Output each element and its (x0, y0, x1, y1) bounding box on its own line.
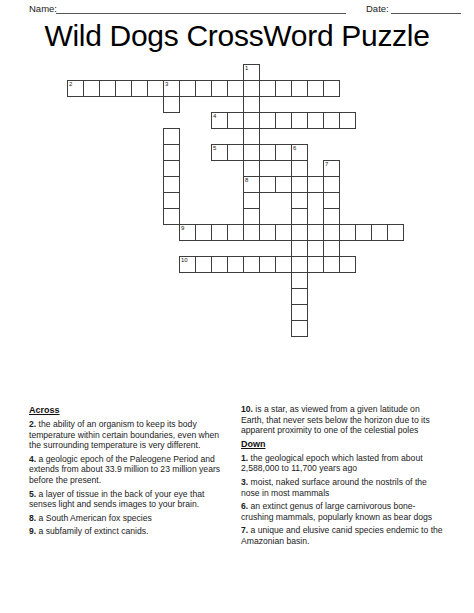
grid-cell-r12c17[interactable] (339, 256, 356, 273)
grid-cell-r5c10[interactable] (227, 144, 244, 161)
clue-6: 6. an extinct genus of large carnivorous… (241, 501, 444, 522)
cell-number-10: 10 (181, 257, 188, 263)
grid-cell-r3c12[interactable] (259, 112, 276, 129)
grid-cell-r9c16[interactable] (323, 208, 340, 225)
clue-column-right: 10. is a star, as viewed from a given la… (241, 404, 444, 550)
grid-cell-r5c13[interactable] (275, 144, 292, 161)
name-input-line[interactable] (56, 13, 346, 14)
grid-cell-r1c6[interactable]: 3 (163, 80, 180, 97)
grid-cell-r12c11[interactable] (243, 256, 260, 273)
grid-cell-r10c12[interactable] (259, 224, 276, 241)
grid-cell-r1c15[interactable] (307, 80, 324, 97)
clue-9-number: 9. (29, 526, 39, 536)
clue-6-number: 6. (241, 501, 251, 511)
across-heading: Across (29, 405, 232, 415)
clue-8: 8. a South American fox species (29, 513, 232, 524)
page-title: Wild Dogs CrossWord Puzzle (0, 19, 474, 53)
grid-cell-r4c6[interactable] (163, 128, 180, 145)
grid-cell-r10c16[interactable] (323, 224, 340, 241)
cell-number-3: 3 (165, 81, 168, 87)
clue-2-number: 2. (29, 419, 39, 429)
grid-cell-r1c4[interactable] (131, 80, 148, 97)
grid-cell-r7c6[interactable] (163, 176, 180, 193)
cell-number-7: 7 (325, 161, 328, 167)
grid-cell-r7c12[interactable] (259, 176, 276, 193)
clue-3-number: 3. (241, 477, 251, 487)
grid-cell-r5c9[interactable]: 5 (211, 144, 228, 161)
grid-cell-r1c3[interactable] (115, 80, 132, 97)
grid-cell-r12c8[interactable] (195, 256, 212, 273)
clue-4-number: 4. (29, 454, 39, 464)
clue-8-number: 8. (29, 513, 39, 523)
cell-number-4: 4 (213, 113, 216, 119)
grid-cell-r3c14[interactable] (291, 112, 308, 129)
grid-cell-r2c11[interactable] (243, 96, 260, 113)
grid-cell-r1c1[interactable] (83, 80, 100, 97)
grid-cell-r10c11[interactable] (243, 224, 260, 241)
name-label: Name: (29, 3, 57, 14)
grid-cell-r6c11[interactable] (243, 160, 260, 177)
grid-cell-r12c12[interactable] (259, 256, 276, 273)
grid-cell-r3c10[interactable] (227, 112, 244, 129)
grid-cell-r8c11[interactable] (243, 192, 260, 209)
grid-cell-r7c14[interactable] (291, 176, 308, 193)
clue-7-number: 7. (241, 525, 251, 535)
cell-number-9: 9 (181, 225, 184, 231)
grid-cell-r12c15[interactable] (307, 256, 324, 273)
grid-cell-r9c14[interactable] (291, 208, 308, 225)
grid-cell-r12c9[interactable] (211, 256, 228, 273)
grid-cell-r13c14[interactable] (291, 272, 308, 289)
cell-number-5: 5 (213, 145, 216, 151)
grid-cell-r16c14[interactable] (291, 320, 308, 337)
grid-cell-r10c14[interactable] (291, 224, 308, 241)
grid-cell-r1c0[interactable]: 2 (67, 80, 84, 97)
cell-number-1: 1 (245, 65, 248, 71)
grid-cell-r9c11[interactable] (243, 208, 260, 225)
grid-cell-r7c11[interactable]: 8 (243, 176, 260, 193)
grid-cell-r1c16[interactable] (323, 80, 340, 97)
clue-1: 1. the geological epoch which lasted fro… (241, 453, 444, 474)
grid-cell-r1c5[interactable] (147, 80, 164, 97)
cell-number-8: 8 (245, 177, 248, 183)
grid-cell-r0c11[interactable]: 1 (243, 64, 260, 81)
grid-cell-r2c6[interactable] (163, 96, 180, 113)
clue-5-number: 5. (29, 489, 39, 499)
grid-cell-r7c13[interactable] (275, 176, 292, 193)
grid-cell-r10c10[interactable] (227, 224, 244, 241)
grid-cell-r1c10[interactable] (227, 80, 244, 97)
grid-cell-r10c18[interactable] (355, 224, 372, 241)
cell-number-2: 2 (69, 81, 72, 87)
clue-4: 4. a geologic epoch of the Paleogene Per… (29, 454, 232, 486)
grid-cell-r1c12[interactable] (259, 80, 276, 97)
clue-7: 7. a unique and elusive canid species en… (241, 525, 444, 546)
grid-cell-r7c16[interactable] (323, 176, 340, 193)
clue-10-number: 10. (241, 404, 255, 414)
grid-cell-r10c9[interactable] (211, 224, 228, 241)
grid-cell-r10c13[interactable] (275, 224, 292, 241)
grid-cell-r12c16[interactable] (323, 256, 340, 273)
clue-column-left: Across2. the ability of an organism to k… (29, 404, 232, 550)
grid-cell-r6c16[interactable]: 7 (323, 160, 340, 177)
grid-cell-r11c16[interactable] (323, 240, 340, 257)
grid-cell-r12c14[interactable] (291, 256, 308, 273)
down-heading: Down (241, 439, 444, 449)
grid-cell-r8c6[interactable] (163, 192, 180, 209)
clues-section: Across2. the ability of an organism to k… (29, 404, 445, 550)
grid-cell-r12c10[interactable] (227, 256, 244, 273)
grid-cell-r10c7[interactable]: 9 (179, 224, 196, 241)
grid-cell-r5c14[interactable]: 6 (291, 144, 308, 161)
grid-cell-r1c7[interactable] (179, 80, 196, 97)
grid-cell-r6c14[interactable] (291, 160, 308, 177)
grid-cell-r1c11[interactable] (243, 80, 260, 97)
grid-cell-r12c7[interactable]: 10 (179, 256, 196, 273)
cell-number-6: 6 (293, 145, 296, 151)
grid-cell-r10c20[interactable] (387, 224, 404, 241)
grid-cell-r1c8[interactable] (195, 80, 212, 97)
grid-cell-r9c6[interactable] (163, 208, 180, 225)
grid-cell-r7c15[interactable] (307, 176, 324, 193)
grid-cell-r3c15[interactable] (307, 112, 324, 129)
grid-cell-r3c9[interactable]: 4 (211, 112, 228, 129)
grid-cell-r8c14[interactable] (291, 192, 308, 209)
grid-cell-r10c8[interactable] (195, 224, 212, 241)
date-label: Date: (366, 3, 389, 14)
clue-2: 2. the ability of an organism to keep it… (29, 419, 232, 451)
grid-cell-r5c12[interactable] (259, 144, 276, 161)
grid-cell-r14c14[interactable] (291, 288, 308, 305)
clue-1-number: 1. (241, 453, 251, 463)
grid-cell-r3c11[interactable] (243, 112, 260, 129)
grid-cell-r5c11[interactable] (243, 144, 260, 161)
clue-3: 3. moist, naked surface around the nostr… (241, 477, 444, 498)
grid-cell-r10c17[interactable] (339, 224, 356, 241)
grid-cell-r10c19[interactable] (371, 224, 388, 241)
crossword-grid: 12345678910 (67, 64, 404, 337)
grid-cell-r8c16[interactable] (323, 192, 340, 209)
clue-5: 5. a layer of tissue in the back of your… (29, 489, 232, 510)
grid-cell-r1c2[interactable] (99, 80, 116, 97)
grid-cell-r4c11[interactable] (243, 128, 260, 145)
grid-cell-r11c14[interactable] (291, 240, 308, 257)
grid-cell-r5c6[interactable] (163, 144, 180, 161)
grid-cell-r3c17[interactable] (339, 112, 356, 129)
grid-cell-r1c14[interactable] (291, 80, 308, 97)
grid-cell-r15c14[interactable] (291, 304, 308, 321)
date-input-line[interactable] (391, 13, 461, 14)
grid-cell-r12c13[interactable] (275, 256, 292, 273)
clue-10: 10. is a star, as viewed from a given la… (241, 404, 444, 436)
clue-9: 9. a subfamily of extinct canids. (29, 526, 232, 537)
grid-cell-r3c16[interactable] (323, 112, 340, 129)
grid-cell-r6c6[interactable] (163, 160, 180, 177)
grid-cell-r1c13[interactable] (275, 80, 292, 97)
grid-cell-r3c13[interactable] (275, 112, 292, 129)
grid-cell-r1c9[interactable] (211, 80, 228, 97)
grid-cell-r10c15[interactable] (307, 224, 324, 241)
